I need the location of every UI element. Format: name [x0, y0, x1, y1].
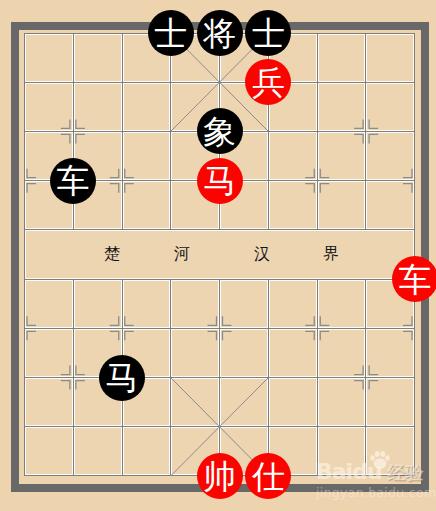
board-cell[interactable]: [366, 329, 414, 377]
board-cell[interactable]: [269, 280, 317, 328]
board-cell[interactable]: [123, 83, 171, 131]
board-cell[interactable]: [171, 329, 219, 377]
river-cell: [25, 230, 414, 278]
board-cell[interactable]: [366, 83, 414, 131]
piece-red-chariot[interactable]: 车: [392, 256, 436, 302]
piece-black-general[interactable]: 将: [197, 10, 243, 56]
board-cell[interactable]: [123, 280, 171, 328]
board-cell[interactable]: [25, 427, 73, 475]
piece-red-general[interactable]: 帅: [197, 453, 243, 499]
xiangqi-screenshot: 楚 河 汉 界 士将士兵象车马车马帅仕 Baidu 经验 jingyan.bai…: [0, 0, 436, 511]
piece-red-horse[interactable]: 马: [197, 158, 243, 204]
piece-black-advisor-right[interactable]: 士: [245, 10, 291, 56]
river-char-he: 河: [174, 246, 190, 262]
piece-black-advisor-left[interactable]: 士: [148, 10, 194, 56]
board-cell[interactable]: [220, 280, 268, 328]
board-cell[interactable]: [318, 378, 366, 426]
river-char-han: 汉: [254, 246, 270, 262]
board-grid: [24, 33, 415, 476]
board-cell[interactable]: [123, 427, 171, 475]
piece-red-advisor[interactable]: 仕: [245, 453, 291, 499]
board-cell[interactable]: [269, 378, 317, 426]
board-cell[interactable]: [25, 280, 73, 328]
piece-black-chariot[interactable]: 车: [50, 158, 96, 204]
board-cell[interactable]: [74, 83, 122, 131]
board-cell[interactable]: [318, 132, 366, 180]
board-cell[interactable]: [171, 378, 219, 426]
board-cell[interactable]: [318, 83, 366, 131]
board-cell[interactable]: [366, 132, 414, 180]
board-cell[interactable]: [318, 329, 366, 377]
board-cell[interactable]: [318, 34, 366, 82]
board-cell[interactable]: [269, 329, 317, 377]
piece-red-soldier[interactable]: 兵: [245, 59, 291, 105]
board-cell[interactable]: [25, 329, 73, 377]
board-cell[interactable]: [366, 378, 414, 426]
board-cell[interactable]: [25, 83, 73, 131]
river-char-chu: 楚: [104, 246, 120, 262]
board-cell[interactable]: [269, 181, 317, 229]
board-cell[interactable]: [269, 132, 317, 180]
board-cell[interactable]: [74, 280, 122, 328]
board-cell[interactable]: [318, 280, 366, 328]
piece-black-elephant[interactable]: 象: [197, 108, 243, 154]
board-cell[interactable]: [123, 132, 171, 180]
board-cell[interactable]: [220, 329, 268, 377]
board-cell[interactable]: [25, 34, 73, 82]
board-cell[interactable]: [318, 427, 366, 475]
board-cell[interactable]: [123, 181, 171, 229]
piece-black-horse[interactable]: 马: [99, 355, 145, 401]
xiangqi-board: 楚 河 汉 界 士将士兵象车马车马帅仕: [24, 33, 415, 476]
board-cell[interactable]: [171, 280, 219, 328]
board-cell[interactable]: [74, 427, 122, 475]
river-char-jie: 界: [323, 246, 339, 262]
board-cell[interactable]: [74, 34, 122, 82]
board-cell[interactable]: [366, 427, 414, 475]
board-cell[interactable]: [25, 378, 73, 426]
board-cell[interactable]: [366, 34, 414, 82]
board-cell[interactable]: [366, 181, 414, 229]
board-cell[interactable]: [220, 378, 268, 426]
board-cell[interactable]: [318, 181, 366, 229]
